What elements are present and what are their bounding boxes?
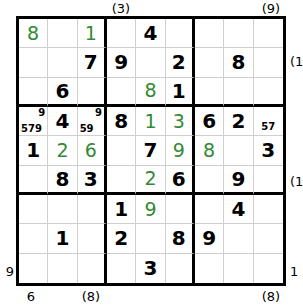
cell-r4c6[interactable]: 3 [166, 107, 195, 136]
cell-r7c3[interactable] [78, 195, 107, 224]
outside-clue-bottom-col9: (8) [256, 286, 286, 306]
cell-r7c9[interactable] [254, 195, 283, 224]
outside-clue-bottom-col3: (8) [76, 286, 106, 306]
entered-digit: 2 [56, 141, 68, 160]
cell-r8c1[interactable] [19, 224, 48, 253]
cell-r1c6[interactable] [166, 19, 195, 48]
cell-r7c8[interactable]: 4 [224, 195, 253, 224]
given-digit: 1 [56, 228, 70, 248]
cell-r3c1[interactable] [19, 78, 48, 107]
cell-r7c4[interactable]: 1 [107, 195, 136, 224]
given-digit: 6 [56, 81, 70, 101]
cell-r5c5[interactable]: 7 [136, 136, 165, 165]
sudoku-app: 8147928681957949598136257126798383269194… [0, 0, 303, 306]
cell-r4c1[interactable]: 9579 [19, 107, 48, 136]
cell-r8c9[interactable] [254, 224, 283, 253]
cell-r6c7[interactable] [195, 166, 224, 195]
given-digit: 7 [84, 52, 98, 72]
cell-r8c5[interactable] [136, 224, 165, 253]
outside-clue-right-row9: 1 [286, 256, 303, 286]
cell-r1c4[interactable] [107, 19, 136, 48]
entered-digit: 6 [85, 141, 97, 160]
cell-r1c2[interactable] [48, 19, 77, 48]
outside-clue-left-row9: 9 [0, 256, 16, 286]
cell-r1c3[interactable]: 1 [78, 19, 107, 48]
cell-r2c7[interactable] [195, 48, 224, 77]
cell-r3c5[interactable]: 8 [136, 78, 165, 107]
given-digit: 8 [232, 52, 246, 72]
cell-r6c6[interactable]: 6 [166, 166, 195, 195]
outside-clue-top-col9: (9) [256, 0, 286, 16]
cell-r8c2[interactable]: 1 [48, 224, 77, 253]
cell-r1c9[interactable] [254, 19, 283, 48]
given-digit: 9 [114, 52, 128, 72]
pencil-mark-tr: 9 [95, 108, 102, 118]
pencil-mark-bl: 579 [21, 124, 42, 134]
cell-r1c1[interactable]: 8 [19, 19, 48, 48]
cell-r2c6[interactable]: 2 [166, 48, 195, 77]
cell-r1c5[interactable]: 4 [136, 19, 165, 48]
outside-clue-right-row2: (1) [286, 46, 303, 76]
given-digit: 2 [114, 228, 128, 248]
cell-r5c7[interactable]: 8 [195, 136, 224, 165]
cell-r4c2[interactable]: 4 [48, 107, 77, 136]
cell-r5c6[interactable]: 9 [166, 136, 195, 165]
cell-r3c8[interactable] [224, 78, 253, 107]
cell-r5c9[interactable]: 3 [254, 136, 283, 165]
entered-digit: 1 [85, 24, 97, 43]
cell-r5c1[interactable]: 1 [19, 136, 48, 165]
given-digit: 7 [144, 140, 158, 160]
cell-r9c4[interactable] [107, 254, 136, 283]
entered-digit: 1 [144, 112, 156, 131]
given-digit: 3 [84, 169, 98, 189]
given-digit: 4 [144, 23, 158, 43]
cell-r2c9[interactable] [254, 48, 283, 77]
cell-r6c3[interactable]: 3 [78, 166, 107, 195]
entered-digit: 2 [144, 169, 156, 188]
cell-r6c9[interactable] [254, 166, 283, 195]
given-digit: 8 [114, 111, 128, 131]
cell-r8c7[interactable]: 9 [195, 224, 224, 253]
cell-r4c5[interactable]: 1 [136, 107, 165, 136]
given-digit: 2 [172, 52, 186, 72]
cell-r5c4[interactable] [107, 136, 136, 165]
cell-r8c8[interactable] [224, 224, 253, 253]
pencil-mark-bc: 57 [254, 122, 283, 132]
cell-r9c9[interactable] [254, 254, 283, 283]
cell-r2c8[interactable]: 8 [224, 48, 253, 77]
sudoku-board: 8147928681957949598136257126798383269194… [16, 16, 286, 286]
cell-r9c3[interactable] [78, 254, 107, 283]
cell-r8c4[interactable]: 2 [107, 224, 136, 253]
given-digit: 1 [114, 199, 128, 219]
cell-r6c1[interactable] [19, 166, 48, 195]
cell-r7c6[interactable] [166, 195, 195, 224]
outside-clue-bottom-col1: 6 [16, 286, 46, 306]
cell-r7c5[interactable]: 9 [136, 195, 165, 224]
cell-r3c3[interactable] [78, 78, 107, 107]
cell-r9c2[interactable] [48, 254, 77, 283]
cell-r1c7[interactable] [195, 19, 224, 48]
cell-r4c9[interactable]: 57 [254, 107, 283, 136]
cell-r4c8[interactable]: 2 [224, 107, 253, 136]
given-digit: 6 [202, 111, 216, 131]
cell-r8c6[interactable]: 8 [166, 224, 195, 253]
entered-digit: 8 [144, 81, 156, 100]
cell-r2c4[interactable]: 9 [107, 48, 136, 77]
cell-r2c2[interactable] [48, 48, 77, 77]
cell-r2c1[interactable] [19, 48, 48, 77]
entered-digit: 9 [144, 200, 156, 219]
cell-r1c8[interactable] [224, 19, 253, 48]
given-digit: 4 [56, 111, 70, 131]
cell-r3c7[interactable] [195, 78, 224, 107]
cell-r7c1[interactable] [19, 195, 48, 224]
cell-r3c2[interactable]: 6 [48, 78, 77, 107]
given-digit: 1 [172, 81, 186, 101]
cell-r9c1[interactable] [19, 254, 48, 283]
cell-r7c7[interactable] [195, 195, 224, 224]
entered-digit: 8 [27, 24, 39, 43]
cell-r5c3[interactable]: 6 [78, 136, 107, 165]
cell-r9c6[interactable] [166, 254, 195, 283]
cell-r4c3[interactable]: 959 [78, 107, 107, 136]
cell-r7c2[interactable] [48, 195, 77, 224]
outside-clue-right-row6: (1) [286, 166, 303, 196]
given-digit: 4 [232, 199, 246, 219]
cell-r6c2[interactable]: 8 [48, 166, 77, 195]
cell-r5c2[interactable]: 2 [48, 136, 77, 165]
entered-digit: 9 [173, 141, 185, 160]
cell-r4c4[interactable]: 8 [107, 107, 136, 136]
cell-r9c7[interactable] [195, 254, 224, 283]
cell-r9c8[interactable] [224, 254, 253, 283]
entered-digit: 3 [173, 112, 185, 131]
entered-digit: 8 [203, 141, 215, 160]
pencil-mark-tr: 9 [38, 108, 45, 118]
cell-r5c8[interactable] [224, 136, 253, 165]
cell-r3c6[interactable]: 1 [166, 78, 195, 107]
cell-r2c5[interactable] [136, 48, 165, 77]
given-digit: 1 [26, 140, 40, 160]
outside-clue-top-col4: (3) [106, 0, 136, 16]
cell-r6c4[interactable] [107, 166, 136, 195]
given-digit: 9 [202, 228, 216, 248]
cell-r3c4[interactable] [107, 78, 136, 107]
given-digit: 2 [232, 111, 246, 131]
cell-r6c8[interactable]: 9 [224, 166, 253, 195]
given-digit: 9 [232, 169, 246, 189]
board-layout: 8147928681957949598136257126798383269194… [0, 0, 303, 306]
given-digit: 6 [172, 169, 186, 189]
cell-r2c3[interactable]: 7 [78, 48, 107, 77]
cell-r6c5[interactable]: 2 [136, 166, 165, 195]
cell-r9c5[interactable]: 3 [136, 254, 165, 283]
cell-r3c9[interactable] [254, 78, 283, 107]
cell-r8c3[interactable] [78, 224, 107, 253]
given-digit: 3 [144, 258, 158, 278]
pencil-mark-bl: 59 [80, 124, 94, 134]
given-digit: 8 [56, 169, 70, 189]
cell-r4c7[interactable]: 6 [195, 107, 224, 136]
given-digit: 3 [261, 140, 275, 160]
given-digit: 8 [172, 228, 186, 248]
